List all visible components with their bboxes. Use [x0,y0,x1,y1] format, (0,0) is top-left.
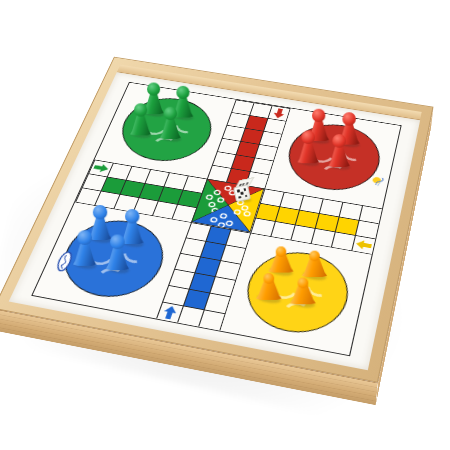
green-track-cell [159,187,182,204]
blue-start-arrow [160,304,180,320]
red-start-arrow [271,107,288,119]
yellow-pawn [268,245,293,272]
yellow-track-cell [296,210,319,227]
yellow-track-cell [256,203,279,220]
blue-yard-circle [51,213,175,304]
blue-track-cell [196,257,220,276]
yellow-pawn [290,276,316,304]
yellow-track-cell [276,207,299,224]
ludo-board [31,82,401,356]
blue-pawn [105,234,130,270]
blue-pawn [72,230,97,266]
yellow-pawn [256,272,282,300]
blue-track-cell [190,273,215,292]
die-front-face [233,184,251,202]
yellow-track-cell [316,214,339,232]
yellow-yard-circle [237,245,356,341]
red-yard-circle [280,118,387,196]
product-photo-stage [0,0,450,450]
blue-track-cell [201,241,225,259]
yellow-pawn [302,249,327,277]
green-yard-circle [111,92,222,167]
yellow-start-arrow [355,237,373,251]
blue-track-cell [184,289,209,309]
green-pawn [129,103,152,135]
blue-track-cell [207,226,231,244]
yellow-track-cell [336,217,359,235]
green-pawn [159,106,182,138]
die [230,178,252,202]
green-start-arrow [92,162,111,175]
red-pawn [297,130,320,163]
red-pawn [328,134,351,167]
green-track-cell [178,190,201,207]
